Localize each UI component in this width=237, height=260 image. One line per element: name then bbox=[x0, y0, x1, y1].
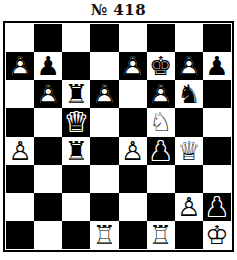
page: № 418 ♟♙♟♟♙♚♟♙♟♟♙♜♟♙♟♙♞♛♞♘♟♙♜♟♙♟♛♕♟♙♟♜♖♜… bbox=[0, 0, 237, 252]
square-g7: ♟♙ bbox=[175, 52, 203, 80]
piece-white-pawn: ♟♙ bbox=[175, 52, 203, 80]
black-piece-fill: ♜ bbox=[62, 137, 90, 165]
square-b6: ♟♙ bbox=[34, 80, 62, 108]
square-h1: ♚♔ bbox=[203, 221, 231, 249]
square-h5 bbox=[203, 108, 231, 136]
piece-white-pawn: ♟♙ bbox=[6, 52, 34, 80]
white-piece-outline: ♙ bbox=[119, 137, 147, 165]
square-c2 bbox=[62, 193, 90, 221]
square-f2 bbox=[147, 193, 175, 221]
square-c1 bbox=[62, 221, 90, 249]
piece-white-pawn: ♟♙ bbox=[90, 80, 118, 108]
square-a4: ♟♙ bbox=[6, 137, 34, 165]
white-piece-outline: ♕ bbox=[175, 137, 203, 165]
square-d1: ♜♖ bbox=[90, 221, 118, 249]
square-f1: ♜♖ bbox=[147, 221, 175, 249]
piece-white-pawn: ♟♙ bbox=[34, 80, 62, 108]
piece-black-queen: ♛ bbox=[62, 108, 90, 136]
piece-black-king: ♚ bbox=[147, 52, 175, 80]
piece-black-pawn: ♟ bbox=[34, 52, 62, 80]
square-a2 bbox=[6, 193, 34, 221]
square-e8 bbox=[119, 24, 147, 52]
black-piece-fill: ♟ bbox=[203, 193, 231, 221]
piece-white-rook: ♜♖ bbox=[147, 221, 175, 249]
square-b5 bbox=[34, 108, 62, 136]
square-f8 bbox=[147, 24, 175, 52]
square-e1 bbox=[119, 221, 147, 249]
piece-black-pawn: ♟ bbox=[203, 52, 231, 80]
square-g1 bbox=[175, 221, 203, 249]
piece-white-knight: ♞♘ bbox=[147, 108, 175, 136]
piece-white-pawn: ♟♙ bbox=[6, 137, 34, 165]
square-c3 bbox=[62, 165, 90, 193]
square-b1 bbox=[34, 221, 62, 249]
square-c4: ♜ bbox=[62, 137, 90, 165]
white-piece-outline: ♙ bbox=[175, 193, 203, 221]
piece-black-knight: ♞ bbox=[175, 80, 203, 108]
piece-white-king: ♚♔ bbox=[203, 221, 231, 249]
white-piece-outline: ♙ bbox=[90, 80, 118, 108]
puzzle-number: № 418 bbox=[0, 0, 237, 21]
piece-black-rook: ♜ bbox=[62, 137, 90, 165]
chess-board: ♟♙♟♟♙♚♟♙♟♟♙♜♟♙♟♙♞♛♞♘♟♙♜♟♙♟♛♕♟♙♟♜♖♜♖♚♔ bbox=[3, 21, 234, 252]
square-d8 bbox=[90, 24, 118, 52]
white-piece-outline: ♙ bbox=[6, 137, 34, 165]
black-piece-fill: ♟ bbox=[34, 52, 62, 80]
square-e5 bbox=[119, 108, 147, 136]
white-piece-outline: ♖ bbox=[90, 221, 118, 249]
square-f3 bbox=[147, 165, 175, 193]
square-d7 bbox=[90, 52, 118, 80]
black-piece-fill: ♟ bbox=[147, 137, 175, 165]
black-piece-fill: ♚ bbox=[147, 52, 175, 80]
square-g4: ♛♕ bbox=[175, 137, 203, 165]
square-d6: ♟♙ bbox=[90, 80, 118, 108]
piece-white-rook: ♜♖ bbox=[90, 221, 118, 249]
black-piece-fill: ♞ bbox=[175, 80, 203, 108]
piece-white-queen: ♛♕ bbox=[175, 137, 203, 165]
square-g5 bbox=[175, 108, 203, 136]
square-b3 bbox=[34, 165, 62, 193]
square-a1 bbox=[6, 221, 34, 249]
piece-white-pawn: ♟♙ bbox=[119, 137, 147, 165]
square-a6 bbox=[6, 80, 34, 108]
square-c8 bbox=[62, 24, 90, 52]
square-e3 bbox=[119, 165, 147, 193]
square-f7: ♚ bbox=[147, 52, 175, 80]
piece-black-rook: ♜ bbox=[62, 80, 90, 108]
square-c6: ♜ bbox=[62, 80, 90, 108]
white-piece-outline: ♙ bbox=[6, 52, 34, 80]
white-piece-outline: ♙ bbox=[147, 80, 175, 108]
white-piece-outline: ♙ bbox=[175, 52, 203, 80]
piece-white-pawn: ♟♙ bbox=[175, 193, 203, 221]
square-h4 bbox=[203, 137, 231, 165]
square-c5: ♛ bbox=[62, 108, 90, 136]
white-piece-outline: ♔ bbox=[203, 221, 231, 249]
piece-white-pawn: ♟♙ bbox=[147, 80, 175, 108]
piece-black-pawn: ♟ bbox=[147, 137, 175, 165]
square-g8 bbox=[175, 24, 203, 52]
square-g3 bbox=[175, 165, 203, 193]
square-d2 bbox=[90, 193, 118, 221]
square-g6: ♞ bbox=[175, 80, 203, 108]
black-piece-fill: ♜ bbox=[62, 80, 90, 108]
square-d3 bbox=[90, 165, 118, 193]
square-f6: ♟♙ bbox=[147, 80, 175, 108]
white-piece-outline: ♘ bbox=[147, 108, 175, 136]
black-piece-fill: ♟ bbox=[203, 52, 231, 80]
square-b4 bbox=[34, 137, 62, 165]
square-f4: ♟ bbox=[147, 137, 175, 165]
square-h7: ♟ bbox=[203, 52, 231, 80]
black-piece-fill: ♛ bbox=[62, 108, 90, 136]
square-f5: ♞♘ bbox=[147, 108, 175, 136]
piece-black-pawn: ♟ bbox=[203, 193, 231, 221]
square-e6 bbox=[119, 80, 147, 108]
square-d5 bbox=[90, 108, 118, 136]
square-a3 bbox=[6, 165, 34, 193]
square-h8 bbox=[203, 24, 231, 52]
square-h6 bbox=[203, 80, 231, 108]
square-g2: ♟♙ bbox=[175, 193, 203, 221]
square-e7: ♟♙ bbox=[119, 52, 147, 80]
square-d4 bbox=[90, 137, 118, 165]
white-piece-outline: ♖ bbox=[147, 221, 175, 249]
piece-white-pawn: ♟♙ bbox=[119, 52, 147, 80]
square-e2 bbox=[119, 193, 147, 221]
square-b2 bbox=[34, 193, 62, 221]
square-b8 bbox=[34, 24, 62, 52]
square-h2: ♟ bbox=[203, 193, 231, 221]
square-a8 bbox=[6, 24, 34, 52]
square-a7: ♟♙ bbox=[6, 52, 34, 80]
white-piece-outline: ♙ bbox=[119, 52, 147, 80]
white-piece-outline: ♙ bbox=[34, 80, 62, 108]
square-e4: ♟♙ bbox=[119, 137, 147, 165]
square-h3 bbox=[203, 165, 231, 193]
square-a5 bbox=[6, 108, 34, 136]
square-b7: ♟ bbox=[34, 52, 62, 80]
square-c7 bbox=[62, 52, 90, 80]
